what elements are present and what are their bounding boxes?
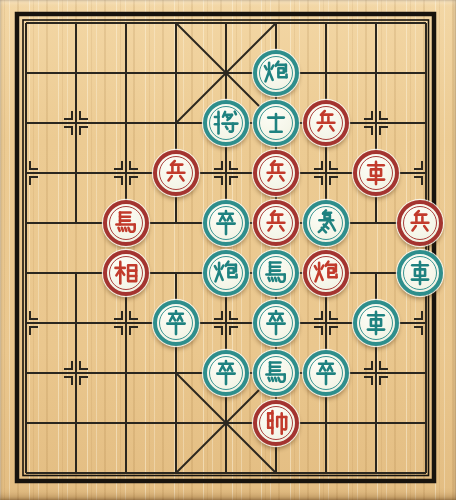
piece-label: 兵	[397, 200, 398, 201]
piece-teal-cannon[interactable]: 炮	[203, 250, 249, 296]
general-glyph-icon	[211, 108, 241, 138]
chariot-glyph-icon	[361, 308, 391, 338]
piece-red-cannon[interactable]: 炮	[303, 250, 349, 296]
advisor-glyph-icon	[261, 108, 291, 138]
piece-label: 馬	[103, 200, 104, 201]
pieces-layer: 炮將士兵兵兵車馬卒兵象兵相炮馬炮車卒卒車卒馬卒帥	[0, 0, 456, 500]
piece-label: 車	[353, 300, 354, 301]
piece-teal-soldier[interactable]: 卒	[303, 350, 349, 396]
piece-teal-soldier[interactable]: 卒	[253, 300, 299, 346]
piece-teal-soldier[interactable]: 卒	[153, 300, 199, 346]
horse-glyph-icon	[261, 358, 291, 388]
piece-red-chariot[interactable]: 車	[353, 150, 399, 196]
soldier-glyph-icon	[261, 308, 291, 338]
piece-label: 兵	[153, 150, 154, 151]
elephant-glyph-icon	[311, 208, 341, 238]
chariot-glyph-icon	[361, 158, 391, 188]
cannon-glyph-icon	[311, 258, 341, 288]
piece-label: 卒	[303, 350, 304, 351]
piece-label: 兵	[253, 200, 254, 201]
soldier-glyph-icon	[161, 308, 191, 338]
piece-label: 兵	[253, 150, 254, 151]
soldier-glyph-icon	[311, 358, 341, 388]
piece-teal-chariot[interactable]: 車	[397, 250, 443, 296]
piece-teal-chariot[interactable]: 車	[353, 300, 399, 346]
piece-label: 卒	[253, 300, 254, 301]
chariot-glyph-icon	[405, 258, 435, 288]
piece-teal-elephant[interactable]: 象	[303, 200, 349, 246]
piece-red-elephant[interactable]: 相	[103, 250, 149, 296]
soldier-glyph-icon	[211, 208, 241, 238]
piece-label: 相	[103, 250, 104, 251]
piece-label: 炮	[253, 50, 254, 51]
piece-red-horse[interactable]: 馬	[103, 200, 149, 246]
soldier-glyph-icon	[405, 208, 435, 238]
piece-label: 車	[397, 250, 398, 251]
piece-teal-soldier[interactable]: 卒	[203, 350, 249, 396]
piece-teal-horse[interactable]: 馬	[253, 250, 299, 296]
piece-label: 士	[253, 100, 254, 101]
piece-label: 帥	[253, 400, 254, 401]
piece-label: 象	[303, 200, 304, 201]
cannon-glyph-icon	[261, 58, 291, 88]
piece-label: 將	[203, 100, 204, 101]
cannon-glyph-icon	[211, 258, 241, 288]
piece-label: 卒	[153, 300, 154, 301]
piece-label: 馬	[253, 250, 254, 251]
horse-glyph-icon	[261, 258, 291, 288]
piece-label: 兵	[303, 100, 304, 101]
piece-teal-cannon[interactable]: 炮	[253, 50, 299, 96]
soldier-glyph-icon	[261, 208, 291, 238]
piece-red-soldier[interactable]: 兵	[253, 150, 299, 196]
piece-red-soldier[interactable]: 兵	[397, 200, 443, 246]
piece-red-soldier[interactable]: 兵	[153, 150, 199, 196]
piece-teal-advisor[interactable]: 士	[253, 100, 299, 146]
piece-label: 卒	[203, 350, 204, 351]
piece-teal-horse[interactable]: 馬	[253, 350, 299, 396]
piece-red-soldier[interactable]: 兵	[253, 200, 299, 246]
piece-teal-soldier[interactable]: 卒	[203, 200, 249, 246]
piece-label: 卒	[203, 200, 204, 201]
soldier-glyph-icon	[211, 358, 241, 388]
piece-label: 馬	[253, 350, 254, 351]
piece-label: 車	[353, 150, 354, 151]
horse-glyph-icon	[111, 208, 141, 238]
elephant-glyph-icon	[111, 258, 141, 288]
soldier-glyph-icon	[311, 108, 341, 138]
piece-label: 炮	[203, 250, 204, 251]
piece-red-general[interactable]: 帥	[253, 400, 299, 446]
piece-red-soldier[interactable]: 兵	[303, 100, 349, 146]
soldier-glyph-icon	[261, 158, 291, 188]
piece-label: 炮	[303, 250, 304, 251]
soldier-glyph-icon	[161, 158, 191, 188]
xiangqi-board[interactable]: 炮將士兵兵兵車馬卒兵象兵相炮馬炮車卒卒車卒馬卒帥	[0, 0, 456, 500]
general-glyph-icon	[261, 408, 291, 438]
piece-teal-general[interactable]: 將	[203, 100, 249, 146]
